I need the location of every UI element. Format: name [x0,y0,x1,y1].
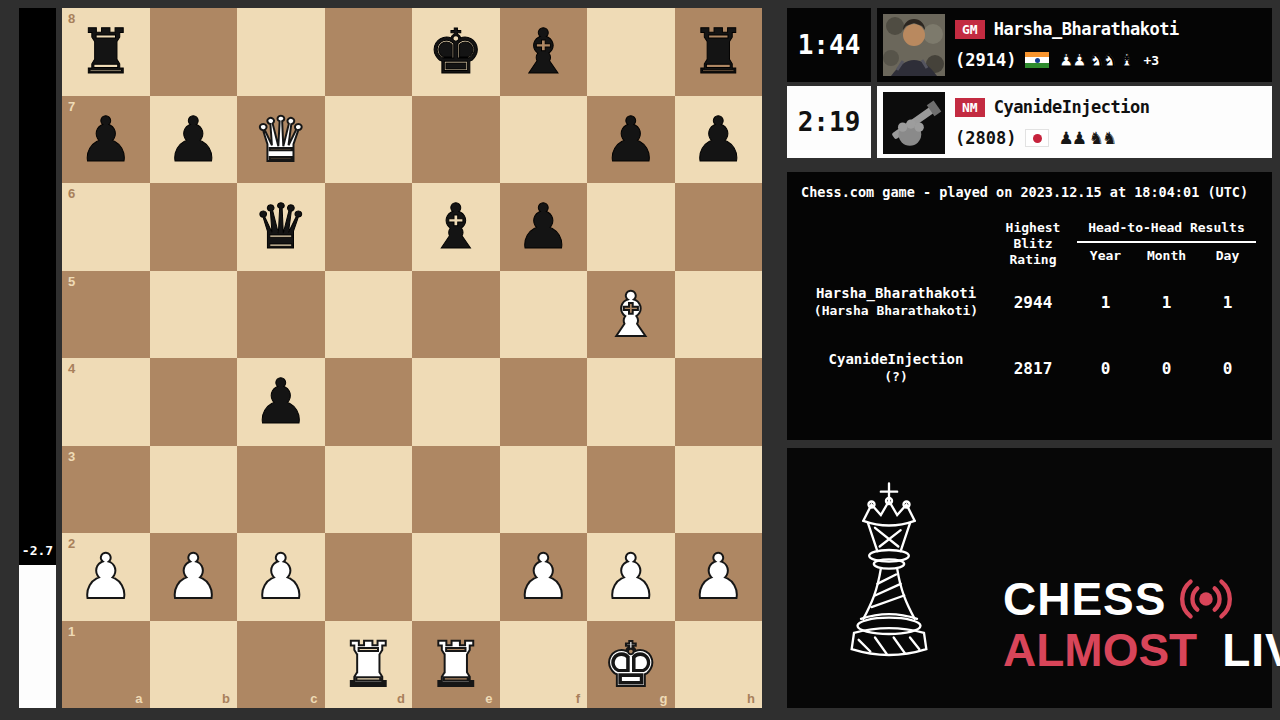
square-h2[interactable]: ♟ [675,533,763,621]
black-bishop-f8[interactable]: ♝ [500,8,588,95]
square-c4[interactable]: ♟ [237,358,325,446]
black-queen-c6[interactable]: ♛ [237,183,325,270]
square-f3[interactable] [500,446,588,534]
square-g6[interactable] [587,183,675,271]
square-b6[interactable] [150,183,238,271]
square-g8[interactable] [587,8,675,96]
square-g1[interactable]: g♚ [587,621,675,709]
rank-label-1: 1 [68,624,75,639]
india-flag-icon [1025,52,1049,68]
square-a7[interactable]: 7♟ [62,96,150,184]
header-head-to-head: Head-to-Head Results Year Month Day [1075,220,1258,263]
row2-player: CyanideInjection (?) [801,350,991,386]
player1-material-advantage: +3 [1143,53,1159,68]
white-queen-c7[interactable]: ♛ [237,96,325,183]
square-d3[interactable] [325,446,413,534]
square-d4[interactable] [325,358,413,446]
rank-label-4: 4 [68,361,75,376]
square-a8[interactable]: 8♜ [62,8,150,96]
player1-rating: (2914) [955,50,1016,70]
row2-day: 0 [1197,359,1258,378]
player2-captured-pieces-icons: ♟♟ ♞♞ [1058,128,1115,148]
file-label-h: h [747,691,755,706]
player2-clock: 2:19 [787,86,871,158]
square-h7[interactable]: ♟ [675,96,763,184]
row2-player-name: CyanideInjection [801,350,991,368]
square-f2[interactable]: ♟ [500,533,588,621]
square-e4[interactable] [412,358,500,446]
header-year: Year [1075,248,1136,263]
file-label-c: c [310,691,317,706]
black-pawn-c4[interactable]: ♟ [237,358,325,445]
square-h6[interactable] [675,183,763,271]
player1-name: Harsha_Bharathakoti [994,19,1179,39]
square-g5[interactable]: ♝ [587,271,675,359]
square-g2[interactable]: ♟ [587,533,675,621]
player1-title-badge: GM [955,20,985,39]
square-a1[interactable]: 1a [62,621,150,709]
player2-avatar [883,92,945,154]
square-b4[interactable] [150,358,238,446]
row1-month: 1 [1136,293,1197,312]
square-e1[interactable]: e♜ [412,621,500,709]
row2-highest-blitz: 2817 [991,359,1075,378]
player2-title-badge: NM [955,98,985,117]
player2-clock-time: 2:19 [798,107,861,137]
square-h5[interactable] [675,271,763,359]
row1-player-realname: (Harsha Bharathakoti) [801,302,991,320]
square-f5[interactable] [500,271,588,359]
black-pawn-h7[interactable]: ♟ [675,96,763,183]
chess-board: 8♜♚♝♜7♟♟♛♟♟6♛♝♟5♝4♟32♟♟♟♟♟♟1abcd♜e♜fg♚h [62,8,762,708]
japan-flag-icon [1025,129,1049,147]
player2-avatar-image [883,92,945,154]
player2-card: NM CyanideInjection (2808) ♟♟ ♞♞ [877,86,1272,158]
table-row: CyanideInjection (?) 2817 0 0 0 [801,350,1258,386]
table-row: Harsha_Bharathakoti (Harsha Bharathakoti… [801,284,1258,320]
rank-label-8: 8 [68,11,75,26]
header-month: Month [1136,248,1197,263]
channel-logo-text: CHESS ALMOST LIVE [1003,574,1280,676]
game-info-title: Chess.com game - played on 2023.12.15 at… [801,184,1258,200]
square-a4[interactable]: 4 [62,358,150,446]
square-f6[interactable]: ♟ [500,183,588,271]
row2-month: 0 [1136,359,1197,378]
white-pawn-c2[interactable]: ♟ [237,533,325,620]
square-a6[interactable]: 6 [62,183,150,271]
square-b1[interactable]: b [150,621,238,709]
square-c6[interactable]: ♛ [237,183,325,271]
row1-year: 1 [1075,293,1136,312]
row1-highest-blitz: 2944 [991,293,1075,312]
player1-clock-time: 1:44 [798,30,861,60]
square-b3[interactable] [150,446,238,534]
logo-word-live: LIVE [1222,624,1280,676]
player1-card: GM Harsha_Bharathakoti (2914) ♟♟ ♞♞ ♝ +3 [877,8,1272,82]
player1-avatar-image [883,14,945,76]
square-b8[interactable] [150,8,238,96]
player2-rating: (2808) [955,128,1016,148]
broadcast-icon [1179,577,1233,621]
black-rook-h8[interactable]: ♜ [675,8,763,95]
player2-name: CyanideInjection [994,97,1150,117]
logo-word-almost: ALMOST [1003,624,1197,676]
row1-player-name: Harsha_Bharathakoti [801,284,991,302]
square-a3[interactable]: 3 [62,446,150,534]
player1-clock: 1:44 [787,8,871,82]
square-d1[interactable]: d♜ [325,621,413,709]
square-h4[interactable] [675,358,763,446]
square-d2[interactable] [325,533,413,621]
header-underline [1077,241,1256,243]
logo-word-chess: CHESS [1003,574,1166,624]
square-c5[interactable] [237,271,325,359]
player1-captured-pieces-icons: ♟♟ ♞♞ ♝ [1058,50,1132,70]
rank-label-6: 6 [68,186,75,201]
square-c7[interactable]: ♛ [237,96,325,184]
square-g3[interactable] [587,446,675,534]
file-label-e: e [485,691,492,706]
stream-overlay: -2.7 8♜♚♝♜7♟♟♛♟♟6♛♝♟5♝4♟32♟♟♟♟♟♟1abcd♜e♜… [0,0,1280,720]
square-h8[interactable]: ♜ [675,8,763,96]
black-pawn-f6[interactable]: ♟ [500,183,588,270]
file-label-f: f [576,691,580,706]
black-pawn-g7[interactable]: ♟ [587,96,675,183]
black-pawn-b7[interactable]: ♟ [150,96,238,183]
file-label-b: b [222,691,230,706]
black-bishop-e6[interactable]: ♝ [412,183,500,270]
square-b5[interactable] [150,271,238,359]
square-h3[interactable] [675,446,763,534]
square-c2[interactable]: ♟ [237,533,325,621]
rank-label-7: 7 [68,99,75,114]
black-king-e8[interactable]: ♚ [412,8,500,95]
square-e2[interactable] [412,533,500,621]
square-d8[interactable] [325,8,413,96]
game-info-table: Chess.com game - played on 2023.12.15 at… [787,172,1272,440]
square-g7[interactable]: ♟ [587,96,675,184]
rank-label-3: 3 [68,449,75,464]
square-c3[interactable] [237,446,325,534]
square-d7[interactable] [325,96,413,184]
row2-year: 0 [1075,359,1136,378]
evaluation-bar-white-segment [19,565,56,708]
square-h1[interactable]: h [675,621,763,709]
square-e5[interactable] [412,271,500,359]
square-a5[interactable]: 5 [62,271,150,359]
sketched-king-icon [819,466,959,690]
square-b7[interactable]: ♟ [150,96,238,184]
row1-day: 1 [1197,293,1258,312]
square-e6[interactable]: ♝ [412,183,500,271]
channel-logo-card: CHESS ALMOST LIVE [787,448,1272,708]
row2-player-realname: (?) [801,368,991,386]
evaluation-bar: -2.7 [19,8,56,708]
square-e7[interactable] [412,96,500,184]
square-d5[interactable] [325,271,413,359]
evaluation-score: -2.7 [19,543,56,558]
file-label-d: d [397,691,405,706]
header-highest-blitz-rating: Highest Blitz Rating [991,220,1075,268]
white-pawn-g2[interactable]: ♟ [587,533,675,620]
rank-label-2: 2 [68,536,75,551]
square-a2[interactable]: 2♟ [62,533,150,621]
player1-avatar [883,14,945,76]
square-d6[interactable] [325,183,413,271]
white-pawn-h2[interactable]: ♟ [675,533,763,620]
rank-label-5: 5 [68,274,75,289]
file-label-g: g [660,691,668,706]
header-head-to-head-label: Head-to-Head Results [1075,220,1258,235]
square-c1[interactable]: c [237,621,325,709]
square-c8[interactable] [237,8,325,96]
row1-player: Harsha_Bharathakoti (Harsha Bharathakoti… [801,284,991,320]
table-header: Highest Blitz Rating Head-to-Head Result… [801,220,1258,268]
white-pawn-b2[interactable]: ♟ [150,533,238,620]
white-bishop-g5[interactable]: ♝ [587,271,675,358]
header-day: Day [1197,248,1258,263]
square-b2[interactable]: ♟ [150,533,238,621]
square-e8[interactable]: ♚ [412,8,500,96]
square-f8[interactable]: ♝ [500,8,588,96]
square-g4[interactable] [587,358,675,446]
square-e3[interactable] [412,446,500,534]
square-f4[interactable] [500,358,588,446]
square-f7[interactable] [500,96,588,184]
file-label-a: a [135,691,142,706]
square-f1[interactable]: f [500,621,588,709]
white-pawn-f2[interactable]: ♟ [500,533,588,620]
